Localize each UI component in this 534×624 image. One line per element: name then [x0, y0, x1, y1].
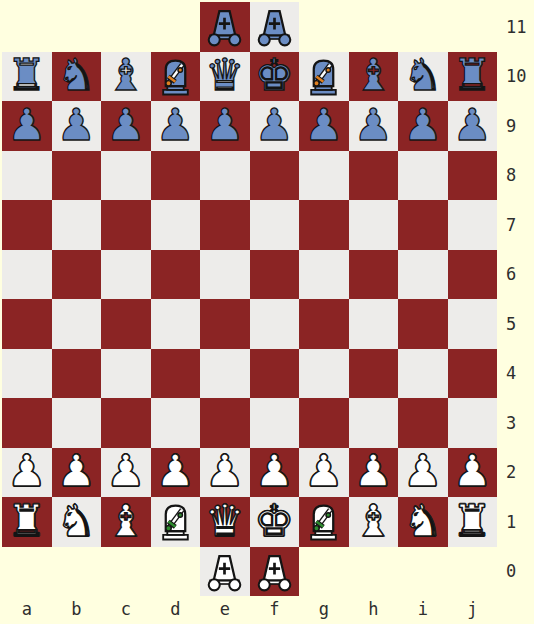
piece-blue-rook-a10[interactable]: ♜	[2, 52, 52, 102]
piece-blue-cannon-f11[interactable]	[250, 2, 300, 52]
file-label-f: f	[250, 596, 300, 622]
square-f5[interactable]	[250, 299, 300, 349]
square-d5[interactable]	[151, 299, 201, 349]
piece-blue-pawn-d9[interactable]: ♟	[151, 101, 201, 151]
square-d2[interactable]: ♟	[151, 448, 201, 498]
rank-label-10: 10	[497, 52, 534, 102]
square-b9[interactable]: ♟	[52, 101, 102, 151]
piece-blue-pawn-j9[interactable]: ♟	[448, 101, 498, 151]
offboard-area-j11	[448, 2, 498, 52]
piece-white-pawn-f2[interactable]: ♟	[250, 448, 300, 498]
square-b7[interactable]	[52, 200, 102, 250]
square-i3[interactable]	[398, 398, 448, 448]
piece-white-guard-g1[interactable]	[299, 497, 349, 547]
square-g8[interactable]	[299, 151, 349, 201]
square-e9[interactable]: ♟	[200, 101, 250, 151]
square-j10[interactable]: ♜	[448, 52, 498, 102]
piece-blue-knight-i10[interactable]: ♞	[398, 52, 448, 102]
square-j9[interactable]: ♟	[448, 101, 498, 151]
square-d9[interactable]: ♟	[151, 101, 201, 151]
square-h3[interactable]	[349, 398, 399, 448]
piece-white-pawn-g2[interactable]: ♟	[299, 448, 349, 498]
square-c4[interactable]	[101, 349, 151, 399]
offboard-area-i11	[398, 2, 448, 52]
piece-blue-pawn-i9[interactable]: ♟	[398, 101, 448, 151]
applet-canvas: ♜♞♝♛♚♝♞♜♟♟♟♟♟♟♟♟♟♟♟♟♟♟♟♟♟♟♟♟♜♞♝♛♚♝♞♜ 111…	[0, 0, 534, 624]
square-e3[interactable]	[200, 398, 250, 448]
square-h7[interactable]	[349, 200, 399, 250]
board: ♜♞♝♛♚♝♞♜♟♟♟♟♟♟♟♟♟♟♟♟♟♟♟♟♟♟♟♟♜♞♝♛♚♝♞♜	[2, 2, 497, 596]
square-i9[interactable]: ♟	[398, 101, 448, 151]
square-e0[interactable]	[200, 547, 250, 597]
offboard-area-h0	[349, 547, 399, 597]
square-j8[interactable]	[448, 151, 498, 201]
square-e10[interactable]: ♛	[200, 52, 250, 102]
file-label-g: g	[299, 596, 349, 622]
piece-white-cannon-e0[interactable]	[200, 547, 250, 597]
piece-blue-guard-g10[interactable]	[299, 52, 349, 102]
piece-white-guard-d1[interactable]	[151, 497, 201, 547]
offboard-area-i0	[398, 547, 448, 597]
rank-labels: 11109876543210	[497, 2, 534, 596]
square-g2[interactable]: ♟	[299, 448, 349, 498]
rank-label-5: 5	[497, 299, 534, 349]
piece-white-pawn-b2[interactable]: ♟	[52, 448, 102, 498]
piece-white-bishop-c1[interactable]: ♝	[101, 497, 151, 547]
offboard-area-c11	[101, 2, 151, 52]
piece-blue-pawn-a9[interactable]: ♟	[2, 101, 52, 151]
piece-white-pawn-h2[interactable]: ♟	[349, 448, 399, 498]
square-a8[interactable]	[2, 151, 52, 201]
square-j3[interactable]	[448, 398, 498, 448]
piece-blue-rook-j10[interactable]: ♜	[448, 52, 498, 102]
file-label-e: e	[200, 596, 250, 622]
square-i5[interactable]	[398, 299, 448, 349]
square-a10[interactable]: ♜	[2, 52, 52, 102]
file-label-i: i	[398, 596, 448, 622]
offboard-area-j0	[448, 547, 498, 597]
offboard-area-b11	[52, 2, 102, 52]
piece-white-rook-a1[interactable]: ♜	[2, 497, 52, 547]
square-d4[interactable]	[151, 349, 201, 399]
rank-label-2: 2	[497, 448, 534, 498]
piece-blue-bishop-h10[interactable]: ♝	[349, 52, 399, 102]
piece-blue-pawn-g9[interactable]: ♟	[299, 101, 349, 151]
offboard-area-b0	[52, 547, 102, 597]
square-d10[interactable]	[151, 52, 201, 102]
piece-blue-knight-b10[interactable]: ♞	[52, 52, 102, 102]
piece-blue-bishop-c10[interactable]: ♝	[101, 52, 151, 102]
square-h10[interactable]: ♝	[349, 52, 399, 102]
rank-label-8: 8	[497, 151, 534, 201]
square-g5[interactable]	[299, 299, 349, 349]
square-g3[interactable]	[299, 398, 349, 448]
square-d8[interactable]	[151, 151, 201, 201]
square-f1[interactable]: ♚	[250, 497, 300, 547]
rank-label-3: 3	[497, 398, 534, 448]
square-j7[interactable]	[448, 200, 498, 250]
rank-label-7: 7	[497, 200, 534, 250]
rank-label-1: 1	[497, 497, 534, 547]
square-f8[interactable]	[250, 151, 300, 201]
file-label-h: h	[349, 596, 399, 622]
square-e4[interactable]	[200, 349, 250, 399]
square-d3[interactable]	[151, 398, 201, 448]
square-i6[interactable]	[398, 250, 448, 300]
square-i1[interactable]: ♞	[398, 497, 448, 547]
rank-label-11: 11	[497, 2, 534, 52]
piece-blue-cannon-e11[interactable]	[200, 2, 250, 52]
square-f6[interactable]	[250, 250, 300, 300]
rank-label-9: 9	[497, 101, 534, 151]
square-b6[interactable]	[52, 250, 102, 300]
square-f7[interactable]	[250, 200, 300, 250]
square-f2[interactable]: ♟	[250, 448, 300, 498]
square-i7[interactable]	[398, 200, 448, 250]
offboard-area-a0	[2, 547, 52, 597]
piece-blue-guard-d10[interactable]	[151, 52, 201, 102]
square-d7[interactable]	[151, 200, 201, 250]
square-e1[interactable]: ♛	[200, 497, 250, 547]
square-c2[interactable]: ♟	[101, 448, 151, 498]
square-a2[interactable]: ♟	[2, 448, 52, 498]
piece-white-queen-e1[interactable]: ♛	[200, 497, 250, 547]
square-f10[interactable]: ♚	[250, 52, 300, 102]
square-a3[interactable]	[2, 398, 52, 448]
file-label-j: j	[448, 596, 498, 622]
square-g1[interactable]	[299, 497, 349, 547]
square-c7[interactable]	[101, 200, 151, 250]
piece-white-pawn-a2[interactable]: ♟	[2, 448, 52, 498]
square-g7[interactable]	[299, 200, 349, 250]
square-c1[interactable]: ♝	[101, 497, 151, 547]
square-i10[interactable]: ♞	[398, 52, 448, 102]
square-f4[interactable]	[250, 349, 300, 399]
square-h8[interactable]	[349, 151, 399, 201]
piece-blue-king-f10[interactable]: ♚	[250, 52, 300, 102]
piece-blue-pawn-e9[interactable]: ♟	[200, 101, 250, 151]
square-i8[interactable]	[398, 151, 448, 201]
square-j6[interactable]	[448, 250, 498, 300]
square-g10[interactable]	[299, 52, 349, 102]
piece-white-knight-i1[interactable]: ♞	[398, 497, 448, 547]
square-e5[interactable]	[200, 299, 250, 349]
square-h4[interactable]	[349, 349, 399, 399]
square-c9[interactable]: ♟	[101, 101, 151, 151]
piece-white-pawn-j2[interactable]: ♟	[448, 448, 498, 498]
square-f9[interactable]: ♟	[250, 101, 300, 151]
square-b1[interactable]: ♞	[52, 497, 102, 547]
square-f3[interactable]	[250, 398, 300, 448]
file-label-b: b	[52, 596, 102, 622]
offboard-area-g0	[299, 547, 349, 597]
square-a5[interactable]	[2, 299, 52, 349]
rank-label-0: 0	[497, 547, 534, 597]
offboard-area-d11	[151, 2, 201, 52]
square-e8[interactable]	[200, 151, 250, 201]
square-a6[interactable]	[2, 250, 52, 300]
piece-white-pawn-c2[interactable]: ♟	[101, 448, 151, 498]
square-j4[interactable]	[448, 349, 498, 399]
square-h9[interactable]: ♟	[349, 101, 399, 151]
square-e6[interactable]	[200, 250, 250, 300]
offboard-area-g11	[299, 2, 349, 52]
square-b8[interactable]	[52, 151, 102, 201]
piece-white-bishop-h1[interactable]: ♝	[349, 497, 399, 547]
square-e7[interactable]	[200, 200, 250, 250]
square-b4[interactable]	[52, 349, 102, 399]
square-b2[interactable]: ♟	[52, 448, 102, 498]
file-labels: abcdefghij	[2, 596, 497, 622]
square-a7[interactable]	[2, 200, 52, 250]
square-h6[interactable]	[349, 250, 399, 300]
rank-label-6: 6	[497, 250, 534, 300]
square-c6[interactable]	[101, 250, 151, 300]
square-d1[interactable]	[151, 497, 201, 547]
file-label-c: c	[101, 596, 151, 622]
square-g9[interactable]: ♟	[299, 101, 349, 151]
square-a4[interactable]	[2, 349, 52, 399]
piece-white-knight-b1[interactable]: ♞	[52, 497, 102, 547]
square-i4[interactable]	[398, 349, 448, 399]
square-h1[interactable]: ♝	[349, 497, 399, 547]
square-b10[interactable]: ♞	[52, 52, 102, 102]
piece-blue-pawn-f9[interactable]: ♟	[250, 101, 300, 151]
file-label-d: d	[151, 596, 201, 622]
piece-white-pawn-e2[interactable]: ♟	[200, 448, 250, 498]
piece-white-rook-j1[interactable]: ♜	[448, 497, 498, 547]
square-a9[interactable]: ♟	[2, 101, 52, 151]
square-c5[interactable]	[101, 299, 151, 349]
square-e11[interactable]	[200, 2, 250, 52]
file-label-a: a	[2, 596, 52, 622]
piece-blue-pawn-c9[interactable]: ♟	[101, 101, 151, 151]
square-j1[interactable]: ♜	[448, 497, 498, 547]
offboard-area-a11	[2, 2, 52, 52]
square-b3[interactable]	[52, 398, 102, 448]
square-c3[interactable]	[101, 398, 151, 448]
square-g6[interactable]	[299, 250, 349, 300]
piece-blue-pawn-b9[interactable]: ♟	[52, 101, 102, 151]
square-c10[interactable]: ♝	[101, 52, 151, 102]
piece-white-pawn-d2[interactable]: ♟	[151, 448, 201, 498]
offboard-area-c0	[101, 547, 151, 597]
piece-white-cannon-f0[interactable]	[250, 547, 300, 597]
piece-blue-queen-e10[interactable]: ♛	[200, 52, 250, 102]
square-d6[interactable]	[151, 250, 201, 300]
square-f11[interactable]	[250, 2, 300, 52]
square-g4[interactable]	[299, 349, 349, 399]
piece-white-pawn-i2[interactable]: ♟	[398, 448, 448, 498]
square-f0[interactable]	[250, 547, 300, 597]
square-h2[interactable]: ♟	[349, 448, 399, 498]
square-b5[interactable]	[52, 299, 102, 349]
square-c8[interactable]	[101, 151, 151, 201]
rank-label-4: 4	[497, 349, 534, 399]
piece-white-king-f1[interactable]: ♚	[250, 497, 300, 547]
offboard-area-h11	[349, 2, 399, 52]
square-h5[interactable]	[349, 299, 399, 349]
square-a1[interactable]: ♜	[2, 497, 52, 547]
square-i2[interactable]: ♟	[398, 448, 448, 498]
offboard-area-d0	[151, 547, 201, 597]
square-e2[interactable]: ♟	[200, 448, 250, 498]
square-j2[interactable]: ♟	[448, 448, 498, 498]
square-j5[interactable]	[448, 299, 498, 349]
piece-blue-pawn-h9[interactable]: ♟	[349, 101, 399, 151]
